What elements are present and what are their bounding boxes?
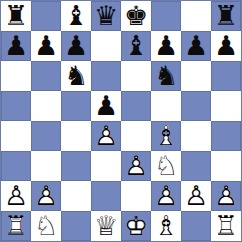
white-pawn-outline: ♙ [1, 181, 31, 211]
black-knight[interactable]: ♞ [61, 61, 91, 91]
square-a8[interactable]: ♜ [1, 1, 31, 31]
square-e3[interactable]: ♟♙ [121, 151, 151, 181]
square-c2[interactable] [61, 181, 91, 211]
square-h3[interactable] [211, 151, 241, 181]
square-g7[interactable]: ♟ [181, 31, 211, 61]
white-pawn-outline: ♙ [91, 121, 121, 151]
black-pawn-glyph: ♟ [181, 31, 211, 61]
black-bishop[interactable]: ♝ [121, 31, 151, 61]
square-d8[interactable]: ♛ [91, 1, 121, 31]
square-h2[interactable]: ♟♙ [211, 181, 241, 211]
black-pawn-glyph: ♟ [151, 31, 181, 61]
black-queen-glyph: ♛ [91, 1, 121, 31]
white-bishop-outline: ♗ [151, 211, 181, 241]
black-rook[interactable]: ♜ [211, 1, 241, 31]
square-h4[interactable] [211, 121, 241, 151]
square-f1[interactable]: ♝♗ [151, 211, 181, 241]
black-pawn[interactable]: ♟ [151, 31, 181, 61]
square-e4[interactable] [121, 121, 151, 151]
square-a3[interactable] [1, 151, 31, 181]
square-h1[interactable]: ♜♖ [211, 211, 241, 241]
black-bishop-glyph: ♝ [61, 1, 91, 31]
square-b5[interactable] [31, 91, 61, 121]
square-a2[interactable]: ♟♙ [1, 181, 31, 211]
square-f3[interactable]: ♞♘ [151, 151, 181, 181]
square-g8[interactable] [181, 1, 211, 31]
black-knight-glyph: ♞ [61, 61, 91, 91]
square-b8[interactable] [31, 1, 61, 31]
black-king-glyph: ♚ [121, 1, 151, 31]
white-bishop[interactable]: ♝♗ [151, 211, 181, 241]
square-b3[interactable] [31, 151, 61, 181]
square-a6[interactable] [1, 61, 31, 91]
square-c4[interactable] [61, 121, 91, 151]
square-c1[interactable] [61, 211, 91, 241]
square-g4[interactable] [181, 121, 211, 151]
black-queen[interactable]: ♛ [91, 1, 121, 31]
chess-board: ♜♝♛♚♜♟♟♟♝♟♟♟♞♞♟♟♙♝♗♟♙♞♘♟♙♟♙♟♙♟♙♟♙♜♖♞♘♛♕♚… [0, 0, 242, 242]
square-b6[interactable] [31, 61, 61, 91]
white-pawn[interactable]: ♟♙ [211, 181, 241, 211]
square-d3[interactable] [91, 151, 121, 181]
square-a4[interactable] [1, 121, 31, 151]
square-e6[interactable] [121, 61, 151, 91]
square-e2[interactable] [121, 181, 151, 211]
white-pawn[interactable]: ♟♙ [91, 121, 121, 151]
black-pawn-glyph: ♟ [211, 31, 241, 61]
square-f8[interactable] [151, 1, 181, 31]
black-knight-glyph: ♞ [151, 61, 181, 91]
white-knight-outline: ♘ [31, 211, 61, 241]
square-e5[interactable] [121, 91, 151, 121]
square-d5[interactable]: ♟ [91, 91, 121, 121]
white-pawn-outline: ♙ [121, 151, 151, 181]
square-c7[interactable]: ♟ [61, 31, 91, 61]
square-g1[interactable] [181, 211, 211, 241]
square-h8[interactable]: ♜ [211, 1, 241, 31]
square-d4[interactable]: ♟♙ [91, 121, 121, 151]
white-pawn[interactable]: ♟♙ [181, 181, 211, 211]
square-g2[interactable]: ♟♙ [181, 181, 211, 211]
square-g5[interactable] [181, 91, 211, 121]
black-pawn[interactable]: ♟ [181, 31, 211, 61]
white-knight[interactable]: ♞♘ [31, 211, 61, 241]
white-pawn[interactable]: ♟♙ [121, 151, 151, 181]
white-rook[interactable]: ♜♖ [1, 211, 31, 241]
white-pawn-outline: ♙ [31, 181, 61, 211]
square-b2[interactable]: ♟♙ [31, 181, 61, 211]
black-rook[interactable]: ♜ [1, 1, 31, 31]
black-pawn-glyph: ♟ [61, 31, 91, 61]
square-d6[interactable] [91, 61, 121, 91]
square-a1[interactable]: ♜♖ [1, 211, 31, 241]
square-g3[interactable] [181, 151, 211, 181]
white-queen[interactable]: ♛♕ [91, 211, 121, 241]
square-a7[interactable]: ♟ [1, 31, 31, 61]
black-king[interactable]: ♚ [121, 1, 151, 31]
square-c3[interactable] [61, 151, 91, 181]
black-rook-glyph: ♜ [1, 1, 31, 31]
black-bishop-glyph: ♝ [121, 31, 151, 61]
square-e8[interactable]: ♚ [121, 1, 151, 31]
white-pawn[interactable]: ♟♙ [151, 181, 181, 211]
black-knight[interactable]: ♞ [151, 61, 181, 91]
black-rook-glyph: ♜ [211, 1, 241, 31]
white-knight-outline: ♘ [151, 151, 181, 181]
square-c5[interactable] [61, 91, 91, 121]
square-b1[interactable]: ♞♘ [31, 211, 61, 241]
black-pawn[interactable]: ♟ [211, 31, 241, 61]
square-f4[interactable]: ♝♗ [151, 121, 181, 151]
square-d7[interactable] [91, 31, 121, 61]
white-pawn-outline: ♙ [151, 181, 181, 211]
square-f6[interactable]: ♞ [151, 61, 181, 91]
white-rook[interactable]: ♜♖ [211, 211, 241, 241]
black-pawn-glyph: ♟ [91, 91, 121, 121]
white-queen-outline: ♕ [91, 211, 121, 241]
square-h6[interactable] [211, 61, 241, 91]
square-e7[interactable]: ♝ [121, 31, 151, 61]
square-c6[interactable]: ♞ [61, 61, 91, 91]
square-h7[interactable]: ♟ [211, 31, 241, 61]
white-bishop-outline: ♗ [151, 121, 181, 151]
black-pawn-glyph: ♟ [1, 31, 31, 61]
square-a5[interactable] [1, 91, 31, 121]
white-pawn[interactable]: ♟♙ [1, 181, 31, 211]
square-b4[interactable] [31, 121, 61, 151]
black-pawn-glyph: ♟ [31, 31, 61, 61]
square-f7[interactable]: ♟ [151, 31, 181, 61]
white-king[interactable]: ♚♔ [121, 211, 151, 241]
square-d1[interactable]: ♛♕ [91, 211, 121, 241]
white-pawn-outline: ♙ [211, 181, 241, 211]
white-rook-outline: ♖ [1, 211, 31, 241]
white-rook-outline: ♖ [211, 211, 241, 241]
square-f2[interactable]: ♟♙ [151, 181, 181, 211]
square-d2[interactable] [91, 181, 121, 211]
black-pawn[interactable]: ♟ [31, 31, 61, 61]
square-b7[interactable]: ♟ [31, 31, 61, 61]
square-c8[interactable]: ♝ [61, 1, 91, 31]
white-pawn[interactable]: ♟♙ [31, 181, 61, 211]
black-pawn[interactable]: ♟ [1, 31, 31, 61]
square-g6[interactable] [181, 61, 211, 91]
white-knight[interactable]: ♞♘ [151, 151, 181, 181]
white-pawn-outline: ♙ [181, 181, 211, 211]
square-e1[interactable]: ♚♔ [121, 211, 151, 241]
square-h5[interactable] [211, 91, 241, 121]
black-pawn[interactable]: ♟ [91, 91, 121, 121]
white-bishop[interactable]: ♝♗ [151, 121, 181, 151]
black-pawn[interactable]: ♟ [61, 31, 91, 61]
white-king-outline: ♔ [121, 211, 151, 241]
square-f5[interactable] [151, 91, 181, 121]
black-bishop[interactable]: ♝ [61, 1, 91, 31]
